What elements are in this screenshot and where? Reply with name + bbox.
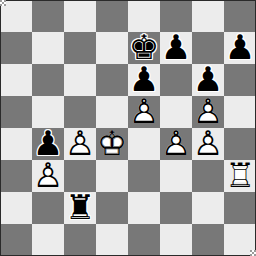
white-pawn-outline-glyph: ♙ xyxy=(65,126,95,160)
square-a7[interactable] xyxy=(0,32,32,64)
square-g4[interactable]: ♟♙ xyxy=(192,128,224,160)
square-h6[interactable] xyxy=(224,64,256,96)
square-f2[interactable] xyxy=(160,192,192,224)
square-g2[interactable] xyxy=(192,192,224,224)
piece-white-pawn[interactable]: ♟♙ xyxy=(160,128,192,160)
square-b1[interactable] xyxy=(32,224,64,256)
white-rook-outline-glyph: ♖ xyxy=(225,158,255,192)
square-b2[interactable] xyxy=(32,192,64,224)
piece-white-king[interactable]: ♚♔ xyxy=(96,128,128,160)
square-a2[interactable] xyxy=(0,192,32,224)
piece-black-rook[interactable]: ♜ xyxy=(64,192,96,224)
square-d3[interactable] xyxy=(96,160,128,192)
square-a8[interactable] xyxy=(0,0,32,32)
white-pawn-outline-glyph: ♙ xyxy=(161,126,191,160)
square-a6[interactable] xyxy=(0,64,32,96)
square-d7[interactable] xyxy=(96,32,128,64)
square-h1[interactable] xyxy=(224,224,256,256)
square-b6[interactable] xyxy=(32,64,64,96)
white-pawn-outline-glyph: ♙ xyxy=(193,126,223,160)
black-rook-glyph: ♜ xyxy=(65,190,95,224)
square-e3[interactable] xyxy=(128,160,160,192)
square-e4[interactable] xyxy=(128,128,160,160)
square-a1[interactable] xyxy=(0,224,32,256)
piece-white-pawn[interactable]: ♟♙ xyxy=(64,128,96,160)
square-f1[interactable] xyxy=(160,224,192,256)
square-a5[interactable] xyxy=(0,96,32,128)
square-d4[interactable]: ♚♔ xyxy=(96,128,128,160)
square-g1[interactable] xyxy=(192,224,224,256)
square-d8[interactable] xyxy=(96,0,128,32)
square-c7[interactable] xyxy=(64,32,96,64)
piece-white-rook[interactable]: ♜♖ xyxy=(224,160,256,192)
black-pawn-glyph: ♟ xyxy=(225,30,255,64)
square-d6[interactable] xyxy=(96,64,128,96)
chess-board: ♚♟♟♟♟♟♙♟♙♟♟♙♚♔♟♙♟♙♟♙♜♖♜ xyxy=(0,0,256,256)
square-b3[interactable]: ♟♙ xyxy=(32,160,64,192)
square-a4[interactable] xyxy=(0,128,32,160)
square-b8[interactable] xyxy=(32,0,64,32)
white-pawn-outline-glyph: ♙ xyxy=(33,158,63,192)
square-c8[interactable] xyxy=(64,0,96,32)
piece-white-pawn[interactable]: ♟♙ xyxy=(128,96,160,128)
square-h2[interactable] xyxy=(224,192,256,224)
piece-black-pawn[interactable]: ♟ xyxy=(160,32,192,64)
square-e1[interactable] xyxy=(128,224,160,256)
piece-white-pawn[interactable]: ♟♙ xyxy=(192,128,224,160)
white-pawn-outline-glyph: ♙ xyxy=(129,94,159,128)
square-a3[interactable] xyxy=(0,160,32,192)
square-g8[interactable] xyxy=(192,0,224,32)
square-f7[interactable]: ♟ xyxy=(160,32,192,64)
square-h5[interactable] xyxy=(224,96,256,128)
square-f3[interactable] xyxy=(160,160,192,192)
square-b7[interactable] xyxy=(32,32,64,64)
square-c4[interactable]: ♟♙ xyxy=(64,128,96,160)
square-h3[interactable]: ♜♖ xyxy=(224,160,256,192)
square-e5[interactable]: ♟♙ xyxy=(128,96,160,128)
square-d1[interactable] xyxy=(96,224,128,256)
square-e2[interactable] xyxy=(128,192,160,224)
black-pawn-glyph: ♟ xyxy=(161,30,191,64)
square-g3[interactable] xyxy=(192,160,224,192)
square-f6[interactable] xyxy=(160,64,192,96)
square-d2[interactable] xyxy=(96,192,128,224)
square-c1[interactable] xyxy=(64,224,96,256)
square-h7[interactable]: ♟ xyxy=(224,32,256,64)
piece-white-pawn[interactable]: ♟♙ xyxy=(32,160,64,192)
square-c6[interactable] xyxy=(64,64,96,96)
square-c2[interactable]: ♜ xyxy=(64,192,96,224)
square-f4[interactable]: ♟♙ xyxy=(160,128,192,160)
white-king-outline-glyph: ♔ xyxy=(97,126,127,160)
piece-black-pawn[interactable]: ♟ xyxy=(224,32,256,64)
